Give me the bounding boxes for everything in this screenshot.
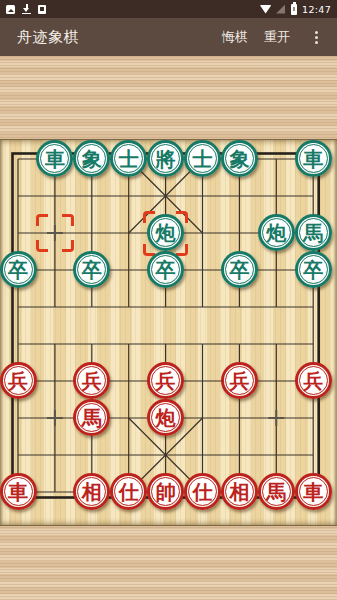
xiangqi-piece-red-兵[interactable]: 兵 bbox=[295, 362, 332, 399]
xiangqi-piece-red-兵[interactable]: 兵 bbox=[73, 362, 110, 399]
status-bar: 12:47 bbox=[0, 0, 337, 18]
download-icon bbox=[22, 4, 31, 14]
wifi-icon bbox=[260, 5, 271, 14]
image-icon bbox=[6, 5, 15, 14]
xiangqi-piece-black-馬[interactable]: 馬 bbox=[295, 214, 332, 251]
xiangqi-piece-red-車[interactable]: 車 bbox=[295, 473, 332, 510]
last-move-from-marker bbox=[36, 214, 74, 252]
xiangqi-piece-black-車[interactable]: 車 bbox=[295, 140, 332, 177]
xiangqi-piece-black-炮[interactable]: 炮 bbox=[147, 214, 184, 251]
xiangqi-piece-red-兵[interactable]: 兵 bbox=[221, 362, 258, 399]
no-signal-icon bbox=[276, 5, 285, 14]
xiangqi-piece-red-馬[interactable]: 馬 bbox=[73, 399, 110, 436]
more-vert-icon bbox=[315, 31, 318, 34]
xiangqi-piece-red-兵[interactable]: 兵 bbox=[0, 362, 37, 399]
xiangqi-piece-red-帥[interactable]: 帥 bbox=[147, 473, 184, 510]
phone-screen: 12:47 舟迹象棋 悔棋 重开 車象士將士象車炮炮馬卒卒卒卒卒兵兵兵兵兵馬炮車… bbox=[0, 0, 337, 600]
xiangqi-piece-black-象[interactable]: 象 bbox=[221, 140, 258, 177]
xiangqi-piece-red-炮[interactable]: 炮 bbox=[147, 399, 184, 436]
restart-button[interactable]: 重开 bbox=[262, 24, 292, 50]
sim-icon bbox=[38, 5, 46, 14]
xiangqi-board[interactable]: 車象士將士象車炮炮馬卒卒卒卒卒兵兵兵兵兵馬炮車相仕帥仕相馬車 bbox=[0, 139, 337, 526]
board-grid bbox=[0, 140, 337, 527]
status-bar-right-icons: 12:47 bbox=[260, 4, 331, 15]
xiangqi-piece-red-相[interactable]: 相 bbox=[73, 473, 110, 510]
battery-icon bbox=[291, 4, 297, 15]
xiangqi-piece-red-相[interactable]: 相 bbox=[221, 473, 258, 510]
xiangqi-piece-red-仕[interactable]: 仕 bbox=[184, 473, 221, 510]
xiangqi-piece-black-卒[interactable]: 卒 bbox=[73, 251, 110, 288]
xiangqi-piece-black-卒[interactable]: 卒 bbox=[147, 251, 184, 288]
app-bar: 舟迹象棋 悔棋 重开 bbox=[0, 18, 337, 56]
overflow-menu-button[interactable] bbox=[310, 27, 323, 48]
xiangqi-piece-black-士[interactable]: 士 bbox=[184, 140, 221, 177]
undo-move-button[interactable]: 悔棋 bbox=[220, 24, 250, 50]
xiangqi-piece-black-炮[interactable]: 炮 bbox=[258, 214, 295, 251]
page-title: 舟迹象棋 bbox=[17, 28, 79, 47]
status-time: 12:47 bbox=[302, 4, 331, 15]
xiangqi-piece-red-仕[interactable]: 仕 bbox=[110, 473, 147, 510]
xiangqi-piece-black-卒[interactable]: 卒 bbox=[0, 251, 37, 288]
app-bar-actions: 悔棋 重开 bbox=[220, 24, 323, 50]
xiangqi-piece-black-士[interactable]: 士 bbox=[110, 140, 147, 177]
xiangqi-piece-black-車[interactable]: 車 bbox=[36, 140, 73, 177]
xiangqi-piece-red-馬[interactable]: 馬 bbox=[258, 473, 295, 510]
xiangqi-piece-red-車[interactable]: 車 bbox=[0, 473, 37, 510]
xiangqi-piece-black-將[interactable]: 將 bbox=[147, 140, 184, 177]
xiangqi-piece-black-象[interactable]: 象 bbox=[73, 140, 110, 177]
status-bar-left-icons bbox=[6, 4, 46, 14]
xiangqi-piece-black-卒[interactable]: 卒 bbox=[221, 251, 258, 288]
xiangqi-piece-black-卒[interactable]: 卒 bbox=[295, 251, 332, 288]
xiangqi-piece-red-兵[interactable]: 兵 bbox=[147, 362, 184, 399]
